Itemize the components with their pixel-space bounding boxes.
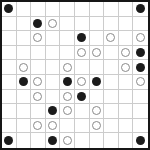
cell-r2c9[interactable]: [133, 31, 148, 46]
white-pearl: [77, 77, 86, 86]
cell-r1c8[interactable]: [119, 17, 134, 32]
cell-r3c0[interactable]: [2, 46, 17, 61]
cell-r0c2[interactable]: [31, 2, 46, 17]
cell-r0c1[interactable]: [17, 2, 32, 17]
cell-r8c3[interactable]: [46, 119, 61, 134]
cell-r5c9[interactable]: [133, 75, 148, 90]
cell-r6c7[interactable]: [104, 90, 119, 105]
cell-r5c7[interactable]: [104, 75, 119, 90]
cell-r3c7[interactable]: [104, 46, 119, 61]
cell-r9c6[interactable]: [90, 133, 105, 148]
cell-r4c9[interactable]: [133, 60, 148, 75]
cell-r3c9[interactable]: [133, 46, 148, 61]
white-pearl: [136, 77, 145, 86]
cell-r8c6[interactable]: [90, 119, 105, 134]
cell-r8c0[interactable]: [2, 119, 17, 134]
white-pearl: [48, 19, 57, 28]
white-pearl: [92, 48, 101, 57]
cell-r4c0[interactable]: [2, 60, 17, 75]
cell-r9c7[interactable]: [104, 133, 119, 148]
white-pearl: [92, 106, 101, 115]
black-pearl: [136, 63, 145, 72]
white-pearl: [19, 63, 28, 72]
black-pearl: [19, 77, 28, 86]
cell-r6c5[interactable]: [75, 90, 90, 105]
cell-r8c5[interactable]: [75, 119, 90, 134]
black-pearl: [33, 19, 42, 28]
cell-r1c7[interactable]: [104, 17, 119, 32]
cell-r1c1[interactable]: [17, 17, 32, 32]
cell-r1c9[interactable]: [133, 17, 148, 32]
cell-r3c5[interactable]: [75, 46, 90, 61]
cell-r8c8[interactable]: [119, 119, 134, 134]
cell-r2c7[interactable]: [104, 31, 119, 46]
masyu-board: [0, 0, 150, 150]
black-pearl: [136, 136, 145, 145]
cell-r3c1[interactable]: [17, 46, 32, 61]
cell-r7c4[interactable]: [60, 104, 75, 119]
black-pearl: [4, 136, 13, 145]
white-pearl: [33, 33, 42, 42]
cell-r9c2[interactable]: [31, 133, 46, 148]
white-pearl: [63, 106, 72, 115]
cell-r4c8[interactable]: [119, 60, 134, 75]
cell-r4c6[interactable]: [90, 60, 105, 75]
black-pearl: [77, 92, 86, 101]
cell-r8c7[interactable]: [104, 119, 119, 134]
cell-r0c5[interactable]: [75, 2, 90, 17]
cell-r4c5[interactable]: [75, 60, 90, 75]
cell-r7c3[interactable]: [46, 104, 61, 119]
cell-r9c3[interactable]: [46, 133, 61, 148]
white-pearl: [77, 48, 86, 57]
cell-r0c6[interactable]: [90, 2, 105, 17]
cell-r5c0[interactable]: [2, 75, 17, 90]
cell-r9c1[interactable]: [17, 133, 32, 148]
cell-r6c8[interactable]: [119, 90, 134, 105]
white-pearl: [63, 92, 72, 101]
cell-r2c4[interactable]: [60, 31, 75, 46]
cell-r7c7[interactable]: [104, 104, 119, 119]
white-pearl: [63, 63, 72, 72]
cell-r9c4[interactable]: [60, 133, 75, 148]
cell-r4c4[interactable]: [60, 60, 75, 75]
cell-r7c6[interactable]: [90, 104, 105, 119]
cell-r1c6[interactable]: [90, 17, 105, 32]
cell-r9c9[interactable]: [133, 133, 148, 148]
white-pearl: [33, 77, 42, 86]
cell-r3c4[interactable]: [60, 46, 75, 61]
white-pearl: [48, 121, 57, 130]
cell-r4c1[interactable]: [17, 60, 32, 75]
black-pearl: [136, 4, 145, 13]
cell-r6c0[interactable]: [2, 90, 17, 105]
cell-r1c2[interactable]: [31, 17, 46, 32]
cell-r8c2[interactable]: [31, 119, 46, 134]
cell-r1c0[interactable]: [2, 17, 17, 32]
cell-r0c3[interactable]: [46, 2, 61, 17]
cell-r5c5[interactable]: [75, 75, 90, 90]
cell-r4c3[interactable]: [46, 60, 61, 75]
cell-r8c1[interactable]: [17, 119, 32, 134]
cell-r6c3[interactable]: [46, 90, 61, 105]
cell-r5c3[interactable]: [46, 75, 61, 90]
cell-r2c5[interactable]: [75, 31, 90, 46]
cell-r5c6[interactable]: [90, 75, 105, 90]
cell-r6c9[interactable]: [133, 90, 148, 105]
cell-r5c4[interactable]: [60, 75, 75, 90]
cell-r7c1[interactable]: [17, 104, 32, 119]
black-pearl: [4, 4, 13, 13]
cell-r5c1[interactable]: [17, 75, 32, 90]
cell-r9c0[interactable]: [2, 133, 17, 148]
cell-r1c5[interactable]: [75, 17, 90, 32]
cell-r2c0[interactable]: [2, 31, 17, 46]
cell-r8c9[interactable]: [133, 119, 148, 134]
cell-r6c2[interactable]: [31, 90, 46, 105]
black-pearl: [48, 106, 57, 115]
cell-r2c2[interactable]: [31, 31, 46, 46]
cell-r9c5[interactable]: [75, 133, 90, 148]
black-pearl: [136, 48, 145, 57]
black-pearl: [92, 77, 101, 86]
cell-r3c8[interactable]: [119, 46, 134, 61]
cell-r7c2[interactable]: [31, 104, 46, 119]
cell-r5c2[interactable]: [31, 75, 46, 90]
cell-r4c7[interactable]: [104, 60, 119, 75]
cell-r2c6[interactable]: [90, 31, 105, 46]
black-pearl: [63, 77, 72, 86]
puzzle-stage: [0, 0, 150, 150]
cell-r7c0[interactable]: [2, 104, 17, 119]
cell-r2c8[interactable]: [119, 31, 134, 46]
cell-r6c6[interactable]: [90, 90, 105, 105]
cell-r8c4[interactable]: [60, 119, 75, 134]
white-pearl: [136, 33, 145, 42]
cell-r9c8[interactable]: [119, 133, 134, 148]
cell-r6c1[interactable]: [17, 90, 32, 105]
white-pearl: [121, 48, 130, 57]
cell-r7c8[interactable]: [119, 104, 134, 119]
white-pearl: [121, 63, 130, 72]
cell-r3c2[interactable]: [31, 46, 46, 61]
black-pearl: [48, 136, 57, 145]
white-pearl: [33, 121, 42, 130]
cell-r4c2[interactable]: [31, 60, 46, 75]
white-pearl: [106, 33, 115, 42]
white-pearl: [63, 136, 72, 145]
white-pearl: [92, 121, 101, 130]
cell-r3c3[interactable]: [46, 46, 61, 61]
cell-r0c0[interactable]: [2, 2, 17, 17]
black-pearl: [77, 33, 86, 42]
cell-r0c4[interactable]: [60, 2, 75, 17]
white-pearl: [33, 92, 42, 101]
cell-r3c6[interactable]: [90, 46, 105, 61]
cell-r0c7[interactable]: [104, 2, 119, 17]
cell-r6c4[interactable]: [60, 90, 75, 105]
cell-r2c3[interactable]: [46, 31, 61, 46]
cell-r5c8[interactable]: [119, 75, 134, 90]
cell-r7c9[interactable]: [133, 104, 148, 119]
cell-r0c8[interactable]: [119, 2, 134, 17]
cell-r0c9[interactable]: [133, 2, 148, 17]
cell-r2c1[interactable]: [17, 31, 32, 46]
cell-r1c4[interactable]: [60, 17, 75, 32]
cell-r1c3[interactable]: [46, 17, 61, 32]
cell-r7c5[interactable]: [75, 104, 90, 119]
